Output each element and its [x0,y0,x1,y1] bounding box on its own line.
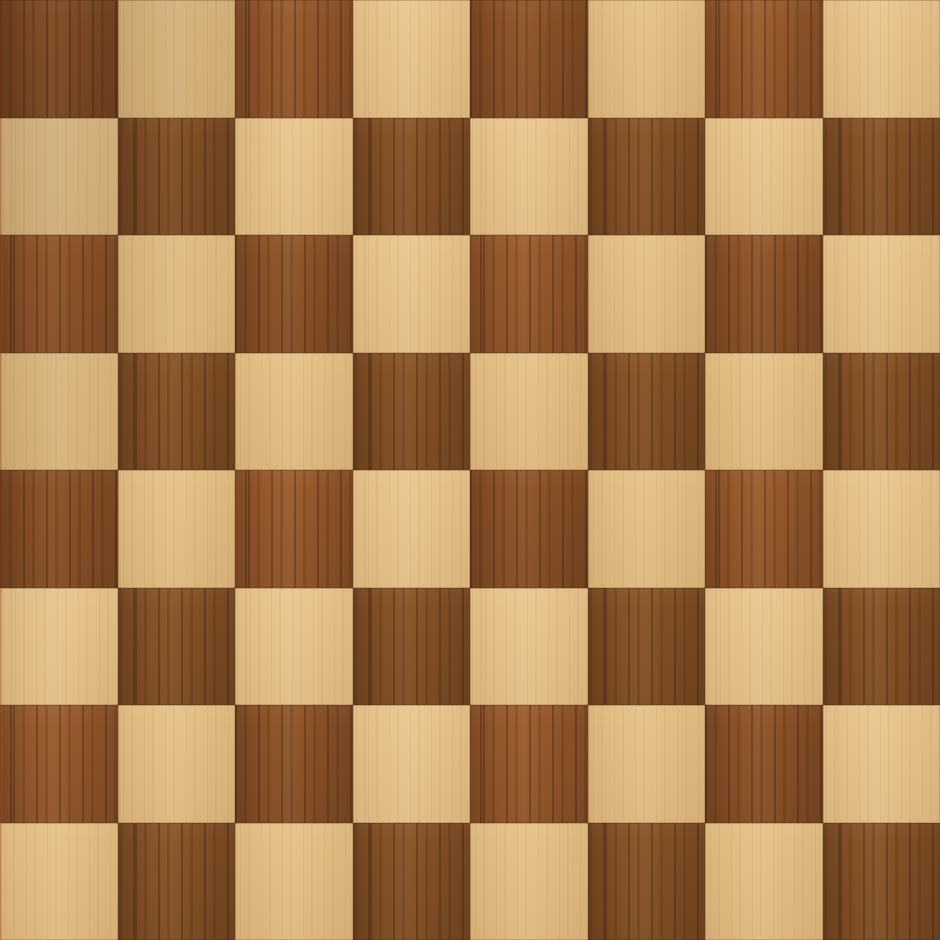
square-e6[interactable] [470,235,588,353]
square-d8[interactable] [353,0,471,118]
square-e4[interactable] [470,470,588,588]
square-b2[interactable] [118,705,236,823]
square-e7[interactable] [470,118,588,236]
square-c4[interactable] [235,470,353,588]
square-a3[interactable] [0,588,118,706]
square-h5[interactable] [823,353,940,471]
square-h7[interactable] [823,118,940,236]
square-b6[interactable] [118,235,236,353]
square-b8[interactable] [118,0,236,118]
square-d4[interactable] [353,470,471,588]
square-g5[interactable] [705,353,823,471]
square-e5[interactable] [470,353,588,471]
square-a1[interactable] [0,823,118,940]
square-e2[interactable] [470,705,588,823]
square-h6[interactable] [823,235,940,353]
square-c2[interactable] [235,705,353,823]
board-photo [0,0,940,940]
square-h8[interactable] [823,0,940,118]
square-g4[interactable] [705,470,823,588]
square-g1[interactable] [705,823,823,940]
square-c3[interactable] [235,588,353,706]
square-g3[interactable] [705,588,823,706]
square-f6[interactable] [588,235,706,353]
square-a6[interactable] [0,235,118,353]
square-a7[interactable] [0,118,118,236]
square-h1[interactable] [823,823,940,940]
square-d3[interactable] [353,588,471,706]
chess-board [0,0,940,940]
square-f2[interactable] [588,705,706,823]
square-e8[interactable] [470,0,588,118]
square-c7[interactable] [235,118,353,236]
square-a5[interactable] [0,353,118,471]
square-e1[interactable] [470,823,588,940]
square-d1[interactable] [353,823,471,940]
square-c8[interactable] [235,0,353,118]
square-b3[interactable] [118,588,236,706]
square-a4[interactable] [0,470,118,588]
square-g6[interactable] [705,235,823,353]
square-d7[interactable] [353,118,471,236]
square-d2[interactable] [353,705,471,823]
square-a2[interactable] [0,705,118,823]
square-c6[interactable] [235,235,353,353]
square-f4[interactable] [588,470,706,588]
square-d5[interactable] [353,353,471,471]
square-h3[interactable] [823,588,940,706]
square-h4[interactable] [823,470,940,588]
square-c5[interactable] [235,353,353,471]
square-f1[interactable] [588,823,706,940]
square-f3[interactable] [588,588,706,706]
square-h2[interactable] [823,705,940,823]
square-c1[interactable] [235,823,353,940]
square-g7[interactable] [705,118,823,236]
square-b5[interactable] [118,353,236,471]
square-g8[interactable] [705,0,823,118]
square-b4[interactable] [118,470,236,588]
square-g2[interactable] [705,705,823,823]
square-d6[interactable] [353,235,471,353]
square-a8[interactable] [0,0,118,118]
square-e3[interactable] [470,588,588,706]
square-f5[interactable] [588,353,706,471]
square-f8[interactable] [588,0,706,118]
square-b7[interactable] [118,118,236,236]
square-b1[interactable] [118,823,236,940]
square-f7[interactable] [588,118,706,236]
